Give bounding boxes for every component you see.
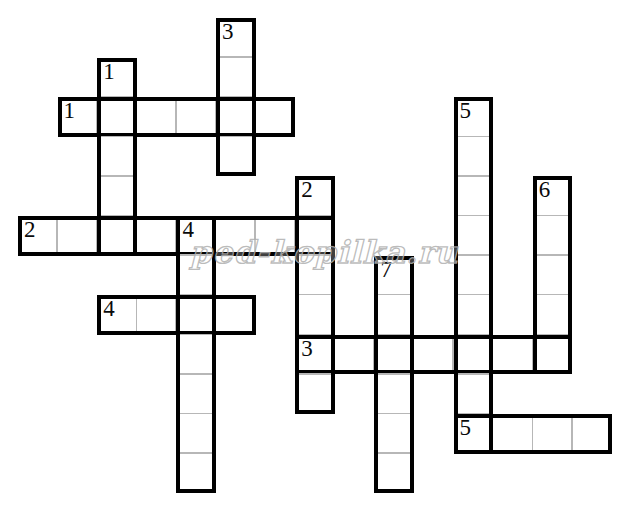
cell-r8-c11[interactable] (454, 335, 494, 375)
crossword-board: 124353152647 (0, 0, 629, 511)
cell-r7-c4[interactable] (176, 295, 216, 335)
cell-r4-c13[interactable] (533, 176, 573, 216)
cell-r6-c9[interactable] (374, 256, 414, 296)
cell-r5-c4[interactable] (176, 216, 216, 256)
cell-r2-c5[interactable] (216, 97, 256, 137)
crossword-diagram: 124353152647 ped-kopilka.ru (0, 0, 629, 511)
cell-r11-c4[interactable] (176, 454, 216, 494)
cell-r5-c0[interactable] (18, 216, 58, 256)
cell-r2-c3[interactable] (137, 97, 177, 137)
cell-r9-c9[interactable] (374, 374, 414, 414)
cell-r8-c9[interactable] (374, 335, 414, 375)
cell-r6-c13[interactable] (533, 256, 573, 296)
cell-r9-c11[interactable] (454, 374, 494, 414)
cell-r5-c1[interactable] (58, 216, 98, 256)
cell-r4-c11[interactable] (454, 176, 494, 216)
cell-r3-c2[interactable] (97, 137, 137, 177)
cell-r11-c9[interactable] (374, 454, 414, 494)
cell-r5-c13[interactable] (533, 216, 573, 256)
cell-r0-c5[interactable] (216, 18, 256, 58)
cell-r5-c11[interactable] (454, 216, 494, 256)
cell-r2-c6[interactable] (256, 97, 296, 137)
cell-r10-c14[interactable] (572, 414, 612, 454)
cell-r8-c8[interactable] (335, 335, 375, 375)
cell-r5-c3[interactable] (137, 216, 177, 256)
cell-r8-c10[interactable] (414, 335, 454, 375)
cell-r3-c11[interactable] (454, 137, 494, 177)
cell-r5-c5[interactable] (216, 216, 256, 256)
cell-r8-c13[interactable] (533, 335, 573, 375)
cell-r1-c2[interactable] (97, 58, 137, 98)
cell-r8-c4[interactable] (176, 335, 216, 375)
cell-r7-c9[interactable] (374, 295, 414, 335)
cell-r7-c2[interactable] (97, 295, 137, 335)
cell-r7-c7[interactable] (295, 295, 335, 335)
cell-r8-c12[interactable] (493, 335, 533, 375)
cell-r7-c3[interactable] (137, 295, 177, 335)
cell-r10-c4[interactable] (176, 414, 216, 454)
cell-r6-c4[interactable] (176, 256, 216, 296)
cell-r2-c1[interactable] (58, 97, 98, 137)
cell-r7-c5[interactable] (216, 295, 256, 335)
cell-r2-c4[interactable] (176, 97, 216, 137)
cell-r3-c5[interactable] (216, 137, 256, 177)
cell-r6-c7[interactable] (295, 256, 335, 296)
cell-r2-c11[interactable] (454, 97, 494, 137)
cell-r6-c11[interactable] (454, 256, 494, 296)
cell-r8-c7[interactable] (295, 335, 335, 375)
cell-r5-c7[interactable] (295, 216, 335, 256)
cell-r4-c7[interactable] (295, 176, 335, 216)
cell-r7-c13[interactable] (533, 295, 573, 335)
cell-r10-c12[interactable] (493, 414, 533, 454)
cell-r1-c5[interactable] (216, 58, 256, 98)
cell-r7-c11[interactable] (454, 295, 494, 335)
cell-r10-c11[interactable] (454, 414, 494, 454)
cell-r5-c2[interactable] (97, 216, 137, 256)
cell-r5-c6[interactable] (256, 216, 296, 256)
cell-r4-c2[interactable] (97, 176, 137, 216)
cell-r10-c9[interactable] (374, 414, 414, 454)
cell-r10-c13[interactable] (533, 414, 573, 454)
cell-r2-c2[interactable] (97, 97, 137, 137)
cell-r9-c7[interactable] (295, 374, 335, 414)
cell-r9-c4[interactable] (176, 374, 216, 414)
